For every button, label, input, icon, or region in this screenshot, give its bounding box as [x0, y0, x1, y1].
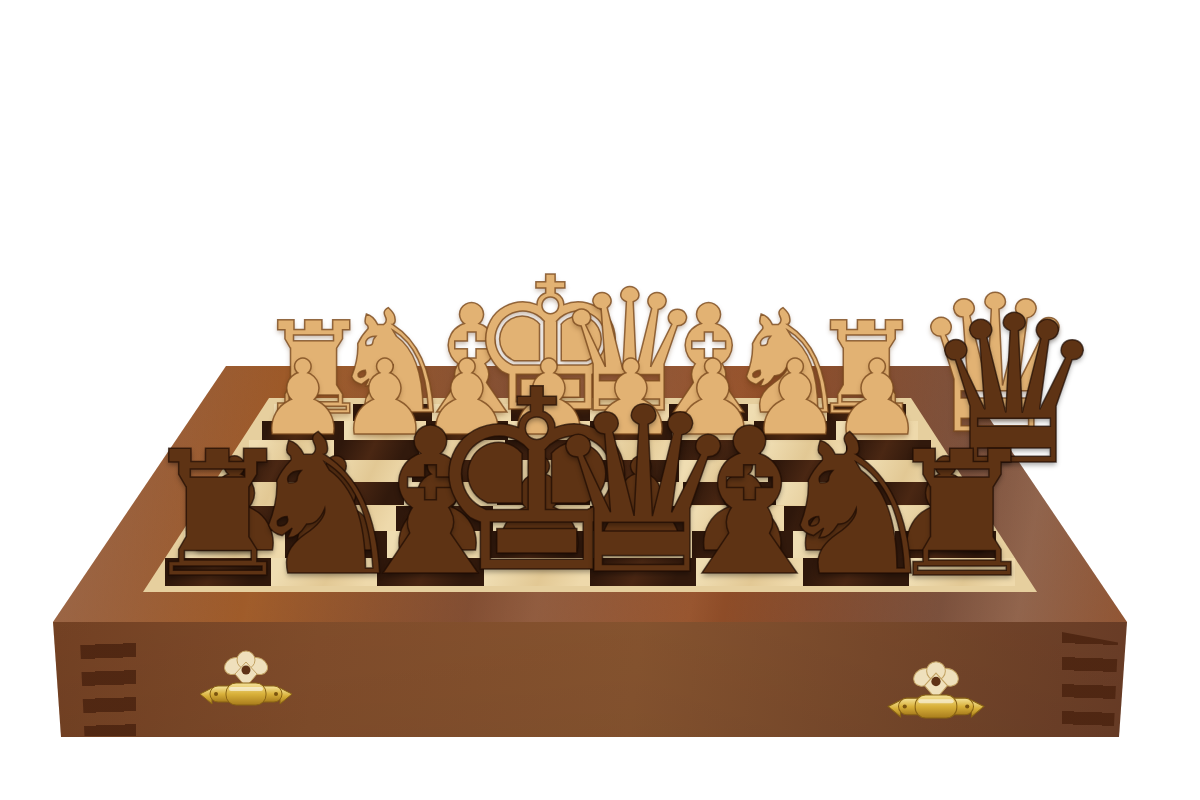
brass-latch-right-icon — [886, 658, 986, 732]
square-d1: ♛ — [590, 404, 669, 421]
square-f2: ♟ — [426, 421, 508, 440]
board-row-rank-6 — [202, 506, 979, 531]
square-f1: ♝ — [432, 404, 511, 421]
square-a8: ♜ — [909, 558, 1015, 587]
piece-white-queen-d1: ♛ — [554, 280, 706, 424]
square-a1: ♜ — [827, 404, 906, 421]
square-e1: ♚ — [511, 404, 590, 421]
square-d5 — [590, 482, 683, 506]
square-c1: ♝ — [669, 404, 748, 421]
square-f6 — [396, 506, 493, 531]
square-h8: ♜ — [165, 558, 271, 587]
square-a6 — [881, 506, 978, 531]
square-e3 — [505, 440, 590, 460]
square-b5 — [776, 482, 869, 506]
square-g4 — [323, 460, 412, 482]
piece-white-pawn-f2: ♟ — [420, 354, 513, 442]
square-d4 — [590, 460, 679, 482]
board-row-rank-5 — [218, 482, 961, 506]
square-b1: ♞ — [748, 404, 827, 421]
square-a7: ♟ — [895, 531, 997, 558]
square-e8: ♚ — [484, 558, 590, 587]
square-f3 — [419, 440, 504, 460]
square-g2: ♟ — [344, 421, 426, 440]
square-a2: ♟ — [836, 421, 918, 440]
square-b4 — [768, 460, 857, 482]
square-d6 — [590, 506, 687, 531]
piece-white-pawn-b2: ♟ — [748, 354, 841, 442]
finger-joints-left-icon — [80, 632, 136, 736]
square-g6 — [299, 506, 396, 531]
square-g3 — [334, 440, 419, 460]
brass-latch-left-icon — [198, 648, 294, 718]
square-a3 — [846, 440, 931, 460]
square-c7: ♟ — [692, 531, 794, 558]
square-c5 — [683, 482, 776, 506]
square-h1: ♜ — [274, 404, 353, 421]
square-e5 — [497, 482, 590, 506]
square-a4 — [857, 460, 946, 482]
square-h7: ♟ — [184, 531, 286, 558]
square-f8: ♝ — [377, 558, 483, 587]
piece-white-pawn-g2: ♟ — [338, 354, 431, 442]
square-a5 — [869, 482, 962, 506]
square-e6 — [493, 506, 590, 531]
piece-white-pawn-d2: ♟ — [584, 354, 677, 442]
piece-white-pawn-e2: ♟ — [502, 354, 595, 442]
square-g7: ♟ — [285, 531, 387, 558]
square-c2: ♟ — [672, 421, 754, 440]
square-e7: ♟ — [488, 531, 590, 558]
square-f5 — [404, 482, 497, 506]
square-b2: ♟ — [754, 421, 836, 440]
board-row-rank-3 — [249, 440, 932, 460]
square-d3 — [590, 440, 675, 460]
square-d2: ♟ — [590, 421, 672, 440]
board-row-rank-1: ♜♞♝♚♛♝♞♜ — [274, 404, 906, 421]
square-d7: ♟ — [590, 531, 692, 558]
board-row-rank-8: ♜♞♝♚♛♝♞♜ — [165, 558, 1016, 587]
spare-dark-queen: ♛ — [922, 304, 1106, 478]
square-b7: ♟ — [793, 531, 895, 558]
square-h2: ♟ — [262, 421, 344, 440]
square-b6 — [784, 506, 881, 531]
square-h5 — [218, 482, 311, 506]
square-c8: ♝ — [696, 558, 802, 587]
square-g8: ♞ — [271, 558, 377, 587]
square-e4 — [501, 460, 590, 482]
board-row-rank-7: ♟♟♟♟♟♟♟♟ — [184, 531, 997, 558]
square-g1: ♞ — [353, 404, 432, 421]
square-g5 — [311, 482, 404, 506]
square-e2: ♟ — [508, 421, 590, 440]
spare-light-queen: ♛ — [910, 285, 1080, 447]
square-f4 — [412, 460, 501, 482]
square-c6 — [687, 506, 784, 531]
square-c4 — [679, 460, 768, 482]
square-b8: ♞ — [803, 558, 909, 587]
piece-white-rook-a1: ♜ — [809, 315, 924, 424]
square-d8: ♛ — [590, 558, 696, 587]
piece-white-pawn-a2: ♟ — [830, 354, 923, 442]
piece-white-pawn-c2: ♟ — [666, 354, 759, 442]
square-h3 — [249, 440, 334, 460]
piece-white-king-e1: ♚ — [468, 267, 634, 424]
finger-joints-right-icon — [1062, 632, 1118, 736]
board-row-rank-4 — [234, 460, 946, 482]
square-b3 — [761, 440, 846, 460]
chess-set-scene: ♜♞♝♚♛♝♞♜♟♟♟♟♟♟♟♟♟♟♟♟♟♟♟♟♜♞♝♚♛♝♞♜♛♛ — [0, 0, 1200, 800]
square-h4 — [234, 460, 323, 482]
square-h6 — [202, 506, 299, 531]
piece-white-pawn-h2: ♟ — [256, 354, 349, 442]
square-f7: ♟ — [387, 531, 489, 558]
board-row-rank-2: ♟♟♟♟♟♟♟♟ — [262, 421, 918, 440]
square-c3 — [675, 440, 760, 460]
